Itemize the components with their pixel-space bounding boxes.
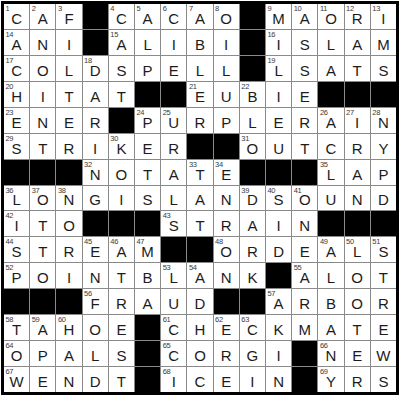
cell-r6c1[interactable]: 29S xyxy=(4,134,29,159)
cell-letter: C xyxy=(168,348,179,366)
cell-r1c9[interactable]: 8O xyxy=(214,4,239,29)
block-cell-r9c14 xyxy=(345,211,370,236)
cell-letter: D xyxy=(378,192,389,210)
clue-number: 44 xyxy=(6,237,14,246)
cell-r13c4[interactable]: O xyxy=(83,315,108,340)
block-cell-r4c6 xyxy=(135,82,160,107)
cell-r12c6[interactable]: A xyxy=(135,289,160,314)
cell-letter: S xyxy=(300,63,310,81)
cell-r4c9[interactable]: U xyxy=(214,82,239,107)
cell-r5c9[interactable]: P xyxy=(214,108,239,133)
cell-r13c14[interactable]: T xyxy=(345,315,370,340)
cell-r7c5[interactable]: O xyxy=(109,160,134,185)
cell-letter: H xyxy=(11,89,22,107)
cell-r10c12[interactable]: E xyxy=(292,237,317,262)
cell-letter: T xyxy=(117,89,126,107)
cell-letter: A xyxy=(326,63,336,81)
cell-r11c8[interactable]: 54A xyxy=(187,263,212,288)
cell-r3c4[interactable]: 18D xyxy=(83,56,108,81)
cell-r6c12[interactable]: T xyxy=(292,134,317,159)
cell-r11c4[interactable]: N xyxy=(83,263,108,288)
cell-letter: K xyxy=(274,322,284,340)
cell-r1c12[interactable]: 10A xyxy=(292,4,317,29)
cell-letter: R xyxy=(378,296,389,314)
cell-letter: A xyxy=(300,11,310,29)
cell-r4c3[interactable]: T xyxy=(56,82,81,107)
cell-r12c5[interactable]: R xyxy=(109,289,134,314)
cell-letter: N xyxy=(299,218,310,236)
cell-r9c2[interactable]: T xyxy=(30,211,55,236)
cell-r15c10[interactable]: I xyxy=(240,367,265,392)
cell-r11c6[interactable]: B xyxy=(135,263,160,288)
cell-letter: R xyxy=(299,115,310,133)
cell-letter: T xyxy=(195,218,204,236)
cell-r3c12[interactable]: S xyxy=(292,56,317,81)
cell-letter: A xyxy=(195,11,205,29)
cell-r7c6[interactable]: T xyxy=(135,160,160,185)
cell-r8c3[interactable]: 38N xyxy=(56,186,81,211)
cell-r14c9[interactable]: R xyxy=(214,341,239,366)
cell-r14c11[interactable]: I xyxy=(266,341,291,366)
cell-r6c10[interactable]: 31O xyxy=(240,134,265,159)
cell-letter: A xyxy=(116,244,126,262)
clue-number: 20 xyxy=(6,82,14,91)
cell-letter: I xyxy=(355,115,359,133)
cell-r10c2[interactable]: T xyxy=(30,237,55,262)
cell-r11c10[interactable]: K xyxy=(240,263,265,288)
cell-r1c1[interactable]: 1C xyxy=(4,4,29,29)
cell-r4c11[interactable]: I xyxy=(266,82,291,107)
cell-r9c10[interactable]: A xyxy=(240,211,265,236)
cell-letter: H xyxy=(64,322,75,340)
cell-r2c12[interactable]: S xyxy=(292,30,317,55)
cell-r5c1[interactable]: 23E xyxy=(4,108,29,133)
cell-r10c11[interactable]: D xyxy=(266,237,291,262)
cell-r10c15[interactable]: 51S xyxy=(371,237,396,262)
cell-r7c14[interactable]: A xyxy=(345,160,370,185)
cell-letter: E xyxy=(378,322,388,340)
cell-r11c9[interactable]: N xyxy=(214,263,239,288)
cell-r8c7[interactable]: L xyxy=(161,186,186,211)
cell-r13c12[interactable]: M xyxy=(292,315,317,340)
clue-number: 30 xyxy=(110,134,118,143)
cell-r5c6[interactable]: 24P xyxy=(135,108,160,133)
crossword-grid: 1C2A3F4C5A6C7A8O9M10A11O12R13I14ANI15ALI… xyxy=(1,1,399,395)
cell-letter: E xyxy=(274,115,284,133)
cell-letter: L xyxy=(327,37,335,55)
cell-letter: O xyxy=(299,192,311,210)
cell-r3c13[interactable]: A xyxy=(318,56,343,81)
cell-r13c2[interactable]: 59A xyxy=(30,315,55,340)
clue-number: 17 xyxy=(6,56,14,65)
cell-r3c9[interactable]: L xyxy=(214,56,239,81)
cell-r4c1[interactable]: 20H xyxy=(4,82,29,107)
cell-r6c11[interactable]: U xyxy=(266,134,291,159)
cell-letter: I xyxy=(93,141,97,159)
cell-r11c12[interactable]: 55A xyxy=(292,263,317,288)
clue-number: 13 xyxy=(372,4,380,13)
cell-r11c3[interactable]: I xyxy=(56,263,81,288)
cell-letter: A xyxy=(326,322,336,340)
cell-r10c10[interactable]: R xyxy=(240,237,265,262)
cell-r12c7[interactable]: U xyxy=(161,289,186,314)
cell-r14c1[interactable]: 64O xyxy=(4,341,29,366)
cell-r8c5[interactable]: I xyxy=(109,186,134,211)
cell-r9c9[interactable]: R xyxy=(214,211,239,236)
cell-r15c4[interactable]: D xyxy=(83,367,108,392)
cell-r4c12[interactable]: E xyxy=(292,82,317,107)
cell-letter: O xyxy=(351,296,363,314)
cell-letter: C xyxy=(168,322,179,340)
cell-r2c9[interactable]: I xyxy=(214,30,239,55)
cell-r2c2[interactable]: N xyxy=(30,30,55,55)
cell-r2c6[interactable]: L xyxy=(135,30,160,55)
cell-r3c7[interactable]: E xyxy=(161,56,186,81)
clue-number: 36 xyxy=(6,186,14,195)
cell-r5c3[interactable]: E xyxy=(56,108,81,133)
cell-r15c3[interactable]: N xyxy=(56,367,81,392)
cell-letter: U xyxy=(168,296,179,314)
cell-r10c14[interactable]: 50L xyxy=(345,237,370,262)
cell-letter: T xyxy=(143,167,152,185)
cell-letter: I xyxy=(67,270,71,288)
cell-letter: U xyxy=(273,141,284,159)
cell-r1c5[interactable]: 4C xyxy=(109,4,134,29)
cell-r1c15[interactable]: 13I xyxy=(371,4,396,29)
cell-r8c15[interactable]: D xyxy=(371,186,396,211)
cell-letter: U xyxy=(221,89,232,107)
cell-r11c1[interactable]: 52P xyxy=(4,263,29,288)
cell-r5c2[interactable]: N xyxy=(30,108,55,133)
cell-letter: O xyxy=(37,192,49,210)
clue-number: 43 xyxy=(163,211,171,220)
cell-r14c4[interactable]: L xyxy=(83,341,108,366)
cell-r12c11[interactable]: 57A xyxy=(266,289,291,314)
cell-letter: A xyxy=(352,167,362,185)
cell-r8c4[interactable]: G xyxy=(83,186,108,211)
cell-r13c7[interactable]: 61C xyxy=(161,315,186,340)
cell-r5c13[interactable]: 26A xyxy=(318,108,343,133)
cell-r13c3[interactable]: 60H xyxy=(56,315,81,340)
cell-r5c11[interactable]: E xyxy=(266,108,291,133)
cell-r6c14[interactable]: R xyxy=(345,134,370,159)
cell-r6c7[interactable]: R xyxy=(161,134,186,159)
clue-number: 66 xyxy=(320,341,328,350)
cell-letter: E xyxy=(300,244,310,262)
block-cell-r12c10 xyxy=(240,289,265,314)
cell-letter: P xyxy=(38,348,48,366)
clue-number: 59 xyxy=(32,315,40,324)
cell-letter: S xyxy=(378,374,388,392)
cell-r9c1[interactable]: 42I xyxy=(4,211,29,236)
cell-r12c4[interactable]: 56F xyxy=(83,289,108,314)
cell-r10c4[interactable]: 45E xyxy=(83,237,108,262)
cell-r15c11[interactable]: N xyxy=(266,367,291,392)
cell-letter: L xyxy=(274,63,282,81)
cell-r13c5[interactable]: E xyxy=(109,315,134,340)
cell-r3c2[interactable]: O xyxy=(30,56,55,81)
cell-r6c3[interactable]: R xyxy=(56,134,81,159)
cell-r4c4[interactable]: A xyxy=(83,82,108,107)
cell-r4c5[interactable]: T xyxy=(109,82,134,107)
cell-r8c13[interactable]: U xyxy=(318,186,343,211)
clue-number: 62 xyxy=(215,315,223,324)
cell-r15c1[interactable]: 67W xyxy=(4,367,29,392)
cell-r13c8[interactable]: H xyxy=(187,315,212,340)
clue-number: 2 xyxy=(32,4,36,13)
cell-letter: O xyxy=(325,11,337,29)
clue-number: 40 xyxy=(268,186,276,195)
cell-r13c10[interactable]: 63C xyxy=(240,315,265,340)
cell-r1c7[interactable]: 6C xyxy=(161,4,186,29)
cell-r2c5[interactable]: 15A xyxy=(109,30,134,55)
clue-number: 6 xyxy=(163,4,167,13)
cell-letter: R xyxy=(168,141,179,159)
cell-r15c2[interactable]: E xyxy=(30,367,55,392)
cell-r6c6[interactable]: E xyxy=(135,134,160,159)
cell-r2c1[interactable]: 14A xyxy=(4,30,29,55)
cell-letter: E xyxy=(221,322,231,340)
cell-r1c3[interactable]: 3F xyxy=(56,4,81,29)
cell-letter: A xyxy=(116,37,126,55)
cell-r11c13[interactable]: L xyxy=(318,263,343,288)
cell-r14c7[interactable]: 65C xyxy=(161,341,186,366)
cell-r8c9[interactable]: N xyxy=(214,186,239,211)
cell-r10c13[interactable]: 49A xyxy=(318,237,343,262)
cell-r7c4[interactable]: 32N xyxy=(83,160,108,185)
cell-r1c14[interactable]: 12R xyxy=(345,4,370,29)
cell-r2c3[interactable]: I xyxy=(56,30,81,55)
cell-letter: S xyxy=(12,141,22,159)
cell-r7c15[interactable]: P xyxy=(371,160,396,185)
cell-letter: C xyxy=(326,141,337,159)
cell-r15c5[interactable]: T xyxy=(109,367,134,392)
cell-r3c6[interactable]: P xyxy=(135,56,160,81)
cell-r2c14[interactable]: A xyxy=(345,30,370,55)
clue-number: 33 xyxy=(189,160,197,169)
cell-r3c1[interactable]: 17C xyxy=(4,56,29,81)
cell-r9c7[interactable]: 43S xyxy=(161,211,186,236)
cell-letter: E xyxy=(38,374,48,392)
cell-r11c2[interactable]: O xyxy=(30,263,55,288)
clue-number: 37 xyxy=(32,186,40,195)
cell-r8c10[interactable]: 39D xyxy=(240,186,265,211)
cell-r5c14[interactable]: 27I xyxy=(345,108,370,133)
clue-number: 47 xyxy=(137,237,145,246)
cell-r8c12[interactable]: 41O xyxy=(292,186,317,211)
cell-letter: S xyxy=(12,244,22,262)
cell-r14c14[interactable]: E xyxy=(345,341,370,366)
cell-r1c2[interactable]: 2A xyxy=(30,4,55,29)
cell-r14c15[interactable]: W xyxy=(371,341,396,366)
clue-number: 23 xyxy=(6,108,14,117)
cell-r2c15[interactable]: M xyxy=(371,30,396,55)
clue-number: 65 xyxy=(163,341,171,350)
cell-r7c13[interactable]: 35L xyxy=(318,160,343,185)
cell-letter: T xyxy=(117,374,126,392)
cell-r1c8[interactable]: 7A xyxy=(187,4,212,29)
cell-r12c15[interactable]: R xyxy=(371,289,396,314)
cell-letter: R xyxy=(64,141,75,159)
clue-number: 46 xyxy=(110,237,118,246)
cell-letter: A xyxy=(169,167,179,185)
cell-r2c7[interactable]: I xyxy=(161,30,186,55)
clue-number: 61 xyxy=(163,315,171,324)
cell-letter: S xyxy=(143,192,153,210)
cell-letter: O xyxy=(37,63,49,81)
cell-letter: M xyxy=(299,322,312,340)
cell-r14c3[interactable]: A xyxy=(56,341,81,366)
clue-number: 54 xyxy=(189,263,197,272)
cell-letter: T xyxy=(379,270,388,288)
cell-r5c12[interactable]: R xyxy=(292,108,317,133)
cell-r4c2[interactable]: I xyxy=(30,82,55,107)
cell-r2c11[interactable]: 16I xyxy=(266,30,291,55)
cell-letter: K xyxy=(247,270,257,288)
cell-r1c6[interactable]: 5A xyxy=(135,4,160,29)
clue-number: 16 xyxy=(268,30,276,39)
cell-r3c8[interactable]: L xyxy=(187,56,212,81)
cell-r12c14[interactable]: O xyxy=(345,289,370,314)
cell-letter: T xyxy=(353,63,362,81)
cell-r5c15[interactable]: 28N xyxy=(371,108,396,133)
clue-number: 34 xyxy=(215,160,223,169)
cell-letter: L xyxy=(91,348,99,366)
cell-r5c8[interactable]: R xyxy=(187,108,212,133)
cell-r8c8[interactable]: A xyxy=(187,186,212,211)
clue-number: 22 xyxy=(241,82,249,91)
cell-r14c5[interactable]: S xyxy=(109,341,134,366)
cell-r15c13[interactable]: 69Y xyxy=(318,367,343,392)
cell-r11c7[interactable]: 53L xyxy=(161,263,186,288)
cell-letter: A xyxy=(326,115,336,133)
cell-r13c1[interactable]: 58T xyxy=(4,315,29,340)
cell-r11c14[interactable]: O xyxy=(345,263,370,288)
clue-number: 31 xyxy=(241,134,249,143)
cell-letter: T xyxy=(195,167,204,185)
cell-r3c11[interactable]: 19L xyxy=(266,56,291,81)
cell-r11c5[interactable]: T xyxy=(109,263,134,288)
cell-letter: D xyxy=(247,192,258,210)
cell-r14c13[interactable]: 66N xyxy=(318,341,343,366)
cell-r12c12[interactable]: R xyxy=(292,289,317,314)
block-cell-r15c12 xyxy=(292,367,317,392)
cell-r15c7[interactable]: 68I xyxy=(161,367,186,392)
cell-letter: R xyxy=(90,115,101,133)
cell-r14c8[interactable]: O xyxy=(187,341,212,366)
cell-r13c11[interactable]: K xyxy=(266,315,291,340)
cell-r15c9[interactable]: E xyxy=(214,367,239,392)
cell-letter: L xyxy=(327,167,335,185)
cell-r7c7[interactable]: A xyxy=(161,160,186,185)
block-cell-r7c2 xyxy=(30,160,55,185)
cell-r7c8[interactable]: 33T xyxy=(187,160,212,185)
cell-r12c13[interactable]: B xyxy=(318,289,343,314)
cell-letter: C xyxy=(11,11,22,29)
crossword-page: 1C2A3F4C5A6C7A8O9M10A11O12R13I14ANI15ALI… xyxy=(0,0,400,396)
clue-number: 50 xyxy=(346,237,354,246)
cell-r15c15[interactable]: S xyxy=(371,367,396,392)
cell-r5c7[interactable]: 25U xyxy=(161,108,186,133)
cell-r13c15[interactable]: E xyxy=(371,315,396,340)
cell-letter: B xyxy=(247,89,257,107)
cell-r6c4[interactable]: I xyxy=(83,134,108,159)
cell-r9c12[interactable]: N xyxy=(292,211,317,236)
cell-r1c13[interactable]: 11O xyxy=(318,4,343,29)
cell-r8c6[interactable]: S xyxy=(135,186,160,211)
clue-number: 68 xyxy=(163,367,171,376)
cell-r8c2[interactable]: 37O xyxy=(30,186,55,211)
cell-r12c8[interactable]: D xyxy=(187,289,212,314)
cell-r3c3[interactable]: L xyxy=(56,56,81,81)
cell-r10c3[interactable]: R xyxy=(56,237,81,262)
cell-r9c11[interactable]: I xyxy=(266,211,291,236)
cell-r9c3[interactable]: O xyxy=(56,211,81,236)
clue-number: 38 xyxy=(58,186,66,195)
block-cell-r9c15 xyxy=(371,211,396,236)
cell-letter: W xyxy=(376,348,390,366)
cell-r14c2[interactable]: P xyxy=(30,341,55,366)
cell-r10c6[interactable]: 47M xyxy=(135,237,160,262)
cell-letter: A xyxy=(300,270,310,288)
cell-r6c2[interactable]: T xyxy=(30,134,55,159)
cell-letter: H xyxy=(195,322,206,340)
cell-r3c14[interactable]: T xyxy=(345,56,370,81)
cell-r8c1[interactable]: 36L xyxy=(4,186,29,211)
cell-r13c9[interactable]: 62E xyxy=(214,315,239,340)
cell-r10c9[interactable]: 48O xyxy=(214,237,239,262)
cell-letter: N xyxy=(273,374,284,392)
cell-r5c10[interactable]: L xyxy=(240,108,265,133)
cell-r2c13[interactable]: L xyxy=(318,30,343,55)
block-cell-r14c12 xyxy=(292,341,317,366)
cell-r15c8[interactable]: C xyxy=(187,367,212,392)
block-cell-r6c8 xyxy=(187,134,212,159)
cell-r15c14[interactable]: R xyxy=(345,367,370,392)
clue-number: 55 xyxy=(294,263,302,272)
clue-number: 9 xyxy=(268,4,272,13)
cell-r5c4[interactable]: R xyxy=(83,108,108,133)
cell-r6c5[interactable]: 30K xyxy=(109,134,134,159)
cell-r8c14[interactable]: N xyxy=(345,186,370,211)
block-cell-r12c3 xyxy=(56,289,81,314)
cell-r7c9[interactable]: 34E xyxy=(214,160,239,185)
cell-r3c5[interactable]: S xyxy=(109,56,134,81)
cell-r4c8[interactable]: 21E xyxy=(187,82,212,107)
cell-letter: N xyxy=(378,115,389,133)
cell-r10c5[interactable]: 46A xyxy=(109,237,134,262)
block-cell-r12c1 xyxy=(4,289,29,314)
block-cell-r4c14 xyxy=(345,82,370,107)
cell-r3c15[interactable]: S xyxy=(371,56,396,81)
cell-letter: A xyxy=(64,348,74,366)
cell-r6c13[interactable]: C xyxy=(318,134,343,159)
cell-r14c10[interactable]: G xyxy=(240,341,265,366)
cell-letter: S xyxy=(116,63,126,81)
cell-r4c10[interactable]: 22B xyxy=(240,82,265,107)
cell-letter: N xyxy=(37,115,48,133)
cell-r13c13[interactable]: A xyxy=(318,315,343,340)
cell-r8c11[interactable]: 40S xyxy=(266,186,291,211)
cell-r1c11[interactable]: 9M xyxy=(266,4,291,29)
clue-number: 4 xyxy=(110,4,114,13)
cell-r10c1[interactable]: 44S xyxy=(4,237,29,262)
cell-r9c8[interactable]: T xyxy=(187,211,212,236)
cell-r11c15[interactable]: T xyxy=(371,263,396,288)
clue-number: 10 xyxy=(294,4,302,13)
cell-r6c15[interactable]: Y xyxy=(371,134,396,159)
cell-r2c8[interactable]: B xyxy=(187,30,212,55)
